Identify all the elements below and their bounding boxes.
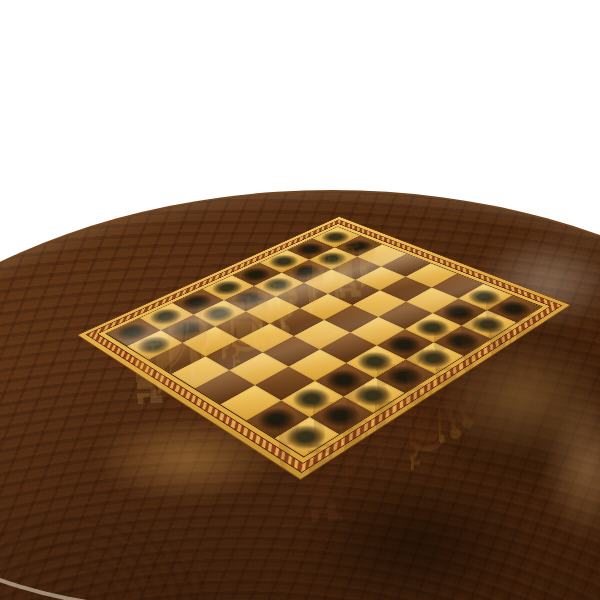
piece-dark-rook: ♜ bbox=[254, 336, 354, 442]
board-grid: ♜♜♟♟♟♟♜♜♞♞♟♟♟♟♞♞♝♝♟♟♟♟♝♝♛♛♟♟♟♟♛♛♚♚♟♟♟♟♚♚… bbox=[107, 227, 542, 456]
chess-board: ♜♜♟♟♟♟♜♜♞♞♟♟♟♟♞♞♝♝♟♟♟♟♝♝♛♛♟♟♟♟♛♛♚♚♟♟♟♟♚♚… bbox=[78, 217, 569, 479]
product-photo: ♜♜♟♟♟♟♜♜♞♞♟♟♟♟♞♞♝♝♟♟♟♟♝♝♛♛♟♟♟♟♛♛♚♚♟♟♟♟♚♚… bbox=[0, 0, 600, 600]
piece-light-pawn: ♟ bbox=[124, 286, 183, 348]
square-e3 bbox=[276, 283, 328, 308]
